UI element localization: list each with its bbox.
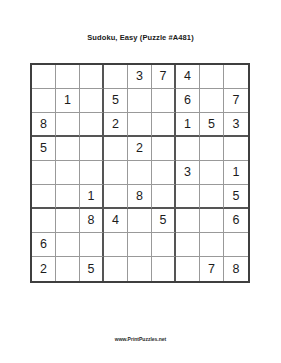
sudoku-cell [200,185,224,209]
sudoku-cell: 8 [80,209,104,233]
sudoku-cell: 5 [224,185,248,209]
sudoku-cell: 1 [224,161,248,185]
sudoku-cell [224,233,248,257]
sudoku-cell [80,89,104,113]
sudoku-cell [152,137,176,161]
sudoku-cell [128,161,152,185]
sudoku-cell [104,233,128,257]
sudoku-cell: 1 [56,89,80,113]
sudoku-cell [80,65,104,89]
sudoku-cell [56,161,80,185]
sudoku-cell: 8 [224,257,248,281]
sudoku-cell [104,65,128,89]
sudoku-cell: 7 [152,65,176,89]
sudoku-cell [56,209,80,233]
sudoku-cell: 4 [104,209,128,233]
sudoku-cell: 8 [32,113,56,137]
sudoku-cell: 1 [176,113,200,137]
sudoku-cell [104,161,128,185]
sudoku-cell [32,185,56,209]
sudoku-cell [224,65,248,89]
sudoku-cell [56,233,80,257]
sudoku-cell [152,257,176,281]
page-title: Sudoku, Easy (Puzzle #A481) [0,33,281,42]
sudoku-cell [176,209,200,233]
sudoku-cell [80,137,104,161]
sudoku-cell [152,89,176,113]
sudoku-cell [152,113,176,137]
sudoku-cell [56,137,80,161]
sudoku-cell: 5 [32,137,56,161]
sudoku-cell [128,257,152,281]
sudoku-cell [80,161,104,185]
sudoku-cell: 8 [128,185,152,209]
sudoku-cell: 5 [104,89,128,113]
sudoku-cell: 3 [224,113,248,137]
sudoku-cell [104,257,128,281]
sudoku-cell [200,161,224,185]
sudoku-cell [128,89,152,113]
sudoku-cell [56,113,80,137]
sudoku-board: 3741567821535231185845662578 [30,63,250,283]
sudoku-cell [128,209,152,233]
sudoku-cell [200,233,224,257]
sudoku-cell: 4 [176,65,200,89]
sudoku-cell [224,137,248,161]
sudoku-cell [152,233,176,257]
sudoku-cell: 3 [176,161,200,185]
sudoku-cell [32,209,56,233]
sudoku-cell [176,257,200,281]
sudoku-cell [200,89,224,113]
sudoku-cell [200,209,224,233]
sudoku-cell [176,233,200,257]
sudoku-cell [56,65,80,89]
sudoku-cell: 2 [104,113,128,137]
sudoku-cell [32,89,56,113]
sudoku-cell: 5 [200,113,224,137]
sudoku-cell [128,233,152,257]
sudoku-cell [176,137,200,161]
sudoku-cell: 7 [224,89,248,113]
sudoku-cell [152,185,176,209]
sudoku-cell [80,113,104,137]
sudoku-cell [176,185,200,209]
sudoku-cell [32,161,56,185]
sudoku-cell [80,233,104,257]
sudoku-cell: 6 [176,89,200,113]
sudoku-cell [200,65,224,89]
sudoku-cell [56,257,80,281]
footer-url: www.PrintPuzzles.net [0,336,281,342]
sudoku-cell [152,161,176,185]
sudoku-cell [200,137,224,161]
sudoku-cell: 2 [128,137,152,161]
sudoku-cell [104,137,128,161]
puzzle-page: Sudoku, Easy (Puzzle #A481) 374156782153… [0,0,281,363]
sudoku-cell: 6 [224,209,248,233]
sudoku-cell: 1 [80,185,104,209]
sudoku-cell: 7 [200,257,224,281]
sudoku-cell: 6 [32,233,56,257]
sudoku-cell: 3 [128,65,152,89]
sudoku-cell: 2 [32,257,56,281]
sudoku-cell [56,185,80,209]
sudoku-cell [104,185,128,209]
sudoku-cell [128,113,152,137]
sudoku-cell [32,65,56,89]
sudoku-cell: 5 [152,209,176,233]
sudoku-cell: 5 [80,257,104,281]
